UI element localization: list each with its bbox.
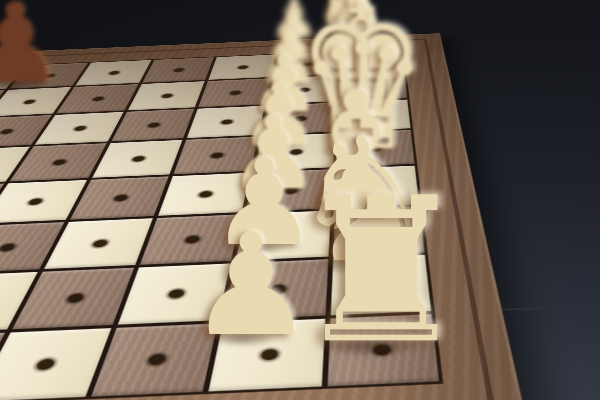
black-pawn-h7[interactable]: ♟ (0, 0, 63, 99)
pieces-layer: ♜♞♝♛♚♝♞♜♟♟♟♟♟♟♟♟♟ (0, 0, 600, 400)
photo-scene: ♜♞♝♛♚♝♞♜♟♟♟♟♟♟♟♟♟ (0, 0, 600, 400)
white-rook-a1[interactable]: ♜ (291, 171, 470, 371)
